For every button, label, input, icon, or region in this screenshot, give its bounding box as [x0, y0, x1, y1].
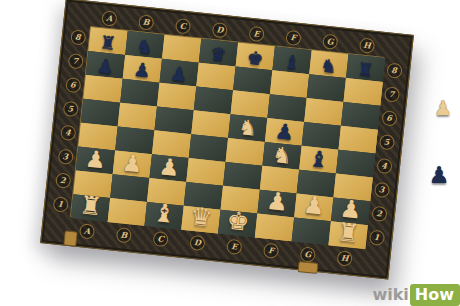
rank-label-3: 3: [373, 181, 389, 197]
square-c1[interactable]: ♝: [144, 202, 183, 230]
rank-label-7: 7: [383, 86, 399, 102]
wikihow-wiki-text: wiki: [372, 285, 408, 304]
file-label-E: E: [248, 25, 264, 41]
file-label-C: C: [175, 18, 191, 34]
file-label-E: E: [226, 238, 242, 254]
white-pawn-c3[interactable]: ♟: [149, 152, 189, 182]
white-pawn-f2[interactable]: ♟: [257, 186, 297, 218]
rank-label-5: 5: [378, 133, 394, 149]
file-label-D: D: [189, 234, 205, 250]
file-label-H: H: [359, 37, 375, 53]
white-pawn-a3[interactable]: ♟: [76, 145, 116, 175]
wikihow-how-badge: How: [410, 284, 460, 306]
white-queen-d1[interactable]: ♛: [181, 201, 221, 234]
rank-label-2: 2: [55, 172, 71, 188]
frame-corner: [68, 4, 92, 26]
file-label-F: F: [263, 242, 279, 258]
rank-label-6: 6: [381, 110, 397, 126]
black-bishop-g4[interactable]: ♝: [299, 145, 338, 174]
rank-label-1: 1: [52, 196, 68, 212]
file-label-G: G: [300, 246, 316, 262]
file-label-H: H: [336, 250, 352, 266]
file-label-A: A: [101, 10, 117, 26]
white-rook-a1[interactable]: ♜: [71, 189, 111, 222]
wikihow-watermark: wikiHow: [372, 285, 460, 304]
frame-corner: [384, 37, 408, 59]
white-knight-f4[interactable]: ♞: [262, 141, 301, 170]
square-b1[interactable]: [108, 198, 147, 226]
white-bishop-c1[interactable]: ♝: [144, 197, 184, 230]
rank-label-8: 8: [70, 29, 86, 45]
chess-photo-scene: ABCDEFGH 87654321 ♜♞♛♚♝♞♜♟♟♟♞♟♞♝♟♟♟♟♟♟♜♝…: [0, 0, 460, 306]
board-grid: ♜♞♛♚♝♞♜♟♟♟♞♟♞♝♟♟♟♟♟♟♜♝♛♚♜: [70, 26, 384, 248]
white-king-e1[interactable]: ♚: [218, 205, 258, 238]
rank-label-2: 2: [371, 205, 387, 221]
rank-label-4: 4: [60, 124, 76, 140]
square-d1[interactable]: ♛: [181, 206, 220, 234]
white-rook-h1[interactable]: ♜: [328, 216, 368, 249]
file-label-D: D: [212, 21, 228, 37]
rank-label-5: 5: [62, 100, 78, 116]
file-label-B: B: [116, 227, 132, 243]
rank-label-8: 8: [386, 62, 402, 78]
rank-label-1: 1: [368, 229, 384, 245]
board-frame: ABCDEFGH 87654321 ♜♞♛♚♝♞♜♟♟♟♞♟♞♝♟♟♟♟♟♟♜♝…: [40, 0, 414, 280]
hinge-icon: [297, 261, 318, 274]
file-label-G: G: [322, 33, 338, 49]
chess-board: ABCDEFGH 87654321 ♜♞♛♚♝♞♜♟♟♟♞♟♞♝♟♟♟♟♟♟♜♝…: [40, 0, 414, 280]
rank-label-3: 3: [57, 148, 73, 164]
square-f1[interactable]: [255, 214, 294, 242]
square-e1[interactable]: ♚: [218, 210, 257, 238]
file-label-C: C: [152, 230, 168, 246]
rank-label-7: 7: [67, 52, 83, 68]
frame-corner: [362, 248, 386, 274]
white-pawn-g2[interactable]: ♟: [294, 190, 334, 222]
square-h1[interactable]: ♜: [328, 221, 367, 249]
square-g1[interactable]: [292, 217, 331, 245]
rank-label-4: 4: [376, 157, 392, 173]
square-a1[interactable]: ♜: [71, 194, 110, 222]
clasp-icon: [63, 230, 77, 246]
file-label-B: B: [138, 14, 154, 30]
white-pawn-b3[interactable]: ♟: [113, 148, 153, 178]
rank-label-6: 6: [65, 76, 81, 92]
file-label-F: F: [285, 29, 301, 45]
file-label-A: A: [79, 223, 95, 239]
